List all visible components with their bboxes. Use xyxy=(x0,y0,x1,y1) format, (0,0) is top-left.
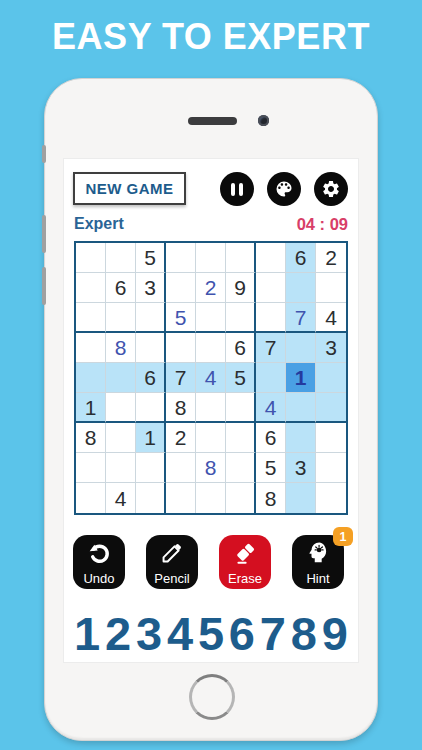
sudoku-cell-r5c2[interactable] xyxy=(106,363,136,393)
sudoku-cell-r8c4[interactable] xyxy=(166,453,196,483)
sudoku-cell-r2c5[interactable]: 2 xyxy=(196,273,226,303)
sudoku-cell-r1c9[interactable]: 2 xyxy=(316,243,346,273)
sudoku-cell-r5c8[interactable]: 1 xyxy=(286,363,316,393)
pencil-icon xyxy=(159,540,185,566)
sudoku-cell-r9c8[interactable] xyxy=(286,483,316,513)
sudoku-cell-r5c6[interactable]: 5 xyxy=(226,363,256,393)
sudoku-cell-r3c8[interactable]: 7 xyxy=(286,303,316,333)
sudoku-cell-r6c3[interactable] xyxy=(136,393,166,423)
sudoku-cell-r8c5[interactable]: 8 xyxy=(196,453,226,483)
numpad-digit-6[interactable]: 6 xyxy=(229,610,255,657)
sudoku-cell-r6c7[interactable]: 4 xyxy=(256,393,286,423)
phone-camera xyxy=(258,115,269,126)
sudoku-cell-r3c9[interactable]: 4 xyxy=(316,303,346,333)
sudoku-cell-r4c7[interactable]: 7 xyxy=(256,333,286,363)
sudoku-cell-r1c4[interactable] xyxy=(166,243,196,273)
numpad-digit-7[interactable]: 7 xyxy=(260,610,286,657)
header-icon-buttons xyxy=(220,172,348,206)
phone-frame: NEW GAME Expert 04 : 09 xyxy=(44,78,378,741)
sudoku-cell-r6c8[interactable] xyxy=(286,393,316,423)
sudoku-cell-r7c1[interactable]: 8 xyxy=(76,423,106,453)
sudoku-cell-r8c6[interactable] xyxy=(226,453,256,483)
sudoku-cell-r9c6[interactable] xyxy=(226,483,256,513)
sudoku-cell-r6c1[interactable]: 1 xyxy=(76,393,106,423)
sudoku-cell-r9c7[interactable]: 8 xyxy=(256,483,286,513)
sudoku-cell-r3c2[interactable] xyxy=(106,303,136,333)
settings-button[interactable] xyxy=(314,172,348,206)
palette-icon xyxy=(274,179,294,199)
sudoku-cell-r2c8[interactable] xyxy=(286,273,316,303)
sudoku-cell-r5c3[interactable]: 6 xyxy=(136,363,166,393)
sudoku-cell-r5c4[interactable]: 7 xyxy=(166,363,196,393)
pencil-label: Pencil xyxy=(154,572,189,585)
sudoku-cell-r9c3[interactable] xyxy=(136,483,166,513)
eraser-icon xyxy=(232,540,258,566)
sudoku-cell-r2c9[interactable] xyxy=(316,273,346,303)
numpad-digit-4[interactable]: 4 xyxy=(167,610,193,657)
sudoku-cell-r6c2[interactable] xyxy=(106,393,136,423)
numpad-digit-9[interactable]: 9 xyxy=(322,610,348,657)
sudoku-cell-r1c2[interactable] xyxy=(106,243,136,273)
new-game-button[interactable]: NEW GAME xyxy=(73,172,186,205)
sudoku-cell-r7c7[interactable]: 6 xyxy=(256,423,286,453)
sudoku-cell-r4c4[interactable] xyxy=(166,333,196,363)
number-pad: 123456789 xyxy=(74,607,348,659)
sudoku-cell-r6c9[interactable] xyxy=(316,393,346,423)
pencil-button[interactable]: Pencil xyxy=(146,535,198,589)
pause-icon xyxy=(231,183,243,196)
theme-button[interactable] xyxy=(267,172,301,206)
status-row: Expert 04 : 09 xyxy=(74,214,348,234)
sudoku-cell-r4c8[interactable] xyxy=(286,333,316,363)
sudoku-cell-r1c5[interactable] xyxy=(196,243,226,273)
sudoku-cell-r3c6[interactable] xyxy=(226,303,256,333)
sudoku-cell-r7c3[interactable]: 1 xyxy=(136,423,166,453)
sudoku-cell-r7c5[interactable] xyxy=(196,423,226,453)
hint-label: Hint xyxy=(306,572,329,585)
undo-button[interactable]: Undo xyxy=(73,535,125,589)
sudoku-cell-r4c3[interactable] xyxy=(136,333,166,363)
sudoku-cell-r8c9[interactable] xyxy=(316,453,346,483)
sudoku-cell-r6c4[interactable]: 8 xyxy=(166,393,196,423)
sudoku-cell-r3c3[interactable] xyxy=(136,303,166,333)
sudoku-cell-r4c6[interactable]: 6 xyxy=(226,333,256,363)
sudoku-cell-r1c6[interactable] xyxy=(226,243,256,273)
volume-down-button xyxy=(42,267,46,305)
sudoku-cell-r3c5[interactable] xyxy=(196,303,226,333)
sudoku-cell-r9c1[interactable] xyxy=(76,483,106,513)
sudoku-cell-r1c1[interactable] xyxy=(76,243,106,273)
sudoku-cell-r8c1[interactable] xyxy=(76,453,106,483)
sudoku-cell-r8c8[interactable]: 3 xyxy=(286,453,316,483)
sudoku-cell-r3c7[interactable] xyxy=(256,303,286,333)
sudoku-cell-r9c9[interactable] xyxy=(316,483,346,513)
sudoku-cell-r4c9[interactable]: 3 xyxy=(316,333,346,363)
sudoku-grid: 5626329574867367451184812685348 xyxy=(74,241,348,515)
sudoku-cell-r4c1[interactable] xyxy=(76,333,106,363)
difficulty-label: Expert xyxy=(74,215,124,233)
sudoku-cell-r3c4[interactable]: 5 xyxy=(166,303,196,333)
sudoku-cell-r1c7[interactable] xyxy=(256,243,286,273)
sudoku-cell-r4c5[interactable] xyxy=(196,333,226,363)
sudoku-cell-r9c4[interactable] xyxy=(166,483,196,513)
undo-arrow-icon xyxy=(86,540,112,566)
sudoku-cell-r7c6[interactable] xyxy=(226,423,256,453)
sudoku-cell-r9c2[interactable]: 4 xyxy=(106,483,136,513)
gear-icon xyxy=(321,179,341,199)
pause-button[interactable] xyxy=(220,172,254,206)
numpad-digit-1[interactable]: 1 xyxy=(74,610,100,657)
sudoku-cell-r4c2[interactable]: 8 xyxy=(106,333,136,363)
numpad-digit-3[interactable]: 3 xyxy=(136,610,162,657)
app-background: EASY TO EXPERT NEW GAME xyxy=(0,0,422,750)
sudoku-cell-r7c2[interactable] xyxy=(106,423,136,453)
erase-label: Erase xyxy=(228,572,262,585)
sudoku-cell-r9c5[interactable] xyxy=(196,483,226,513)
sudoku-cell-r8c2[interactable] xyxy=(106,453,136,483)
sudoku-cell-r5c7[interactable] xyxy=(256,363,286,393)
sudoku-cell-r8c7[interactable]: 5 xyxy=(256,453,286,483)
sudoku-cell-r2c4[interactable] xyxy=(166,273,196,303)
phone-speaker xyxy=(188,117,237,125)
sudoku-cell-r2c6[interactable]: 9 xyxy=(226,273,256,303)
sudoku-cell-r5c5[interactable]: 4 xyxy=(196,363,226,393)
toolbar: Undo Pencil xyxy=(73,535,344,589)
sudoku-cell-r1c8[interactable]: 6 xyxy=(286,243,316,273)
sudoku-cell-r2c7[interactable] xyxy=(256,273,286,303)
erase-button[interactable]: Erase xyxy=(219,535,271,589)
sudoku-cell-r2c1[interactable] xyxy=(76,273,106,303)
mute-switch xyxy=(42,145,46,163)
numpad-digit-8[interactable]: 8 xyxy=(291,610,317,657)
sudoku-cell-r7c4[interactable]: 2 xyxy=(166,423,196,453)
sudoku-cell-r3c1[interactable] xyxy=(76,303,106,333)
volume-up-button xyxy=(42,215,46,253)
hint-badge: 1 xyxy=(333,527,353,546)
head-lightbulb-icon xyxy=(305,540,331,566)
numpad-digit-5[interactable]: 5 xyxy=(198,610,224,657)
sudoku-cell-r2c2[interactable]: 6 xyxy=(106,273,136,303)
sudoku-cell-r6c6[interactable] xyxy=(226,393,256,423)
undo-label: Undo xyxy=(83,572,114,585)
sudoku-cell-r8c3[interactable] xyxy=(136,453,166,483)
sudoku-cell-r7c9[interactable] xyxy=(316,423,346,453)
numpad-digit-2[interactable]: 2 xyxy=(105,610,131,657)
timer: 04 : 09 xyxy=(297,215,348,234)
sudoku-cell-r2c3[interactable]: 3 xyxy=(136,273,166,303)
banner-title: EASY TO EXPERT xyxy=(0,16,422,58)
sudoku-cell-r5c9[interactable] xyxy=(316,363,346,393)
sudoku-cell-r5c1[interactable] xyxy=(76,363,106,393)
sudoku-cell-r1c3[interactable]: 5 xyxy=(136,243,166,273)
sudoku-cell-r6c5[interactable] xyxy=(196,393,226,423)
app-screen: NEW GAME Expert 04 : 09 xyxy=(64,159,358,662)
home-button xyxy=(189,674,235,720)
sudoku-cell-r7c8[interactable] xyxy=(286,423,316,453)
hint-button[interactable]: Hint 1 xyxy=(292,535,344,589)
